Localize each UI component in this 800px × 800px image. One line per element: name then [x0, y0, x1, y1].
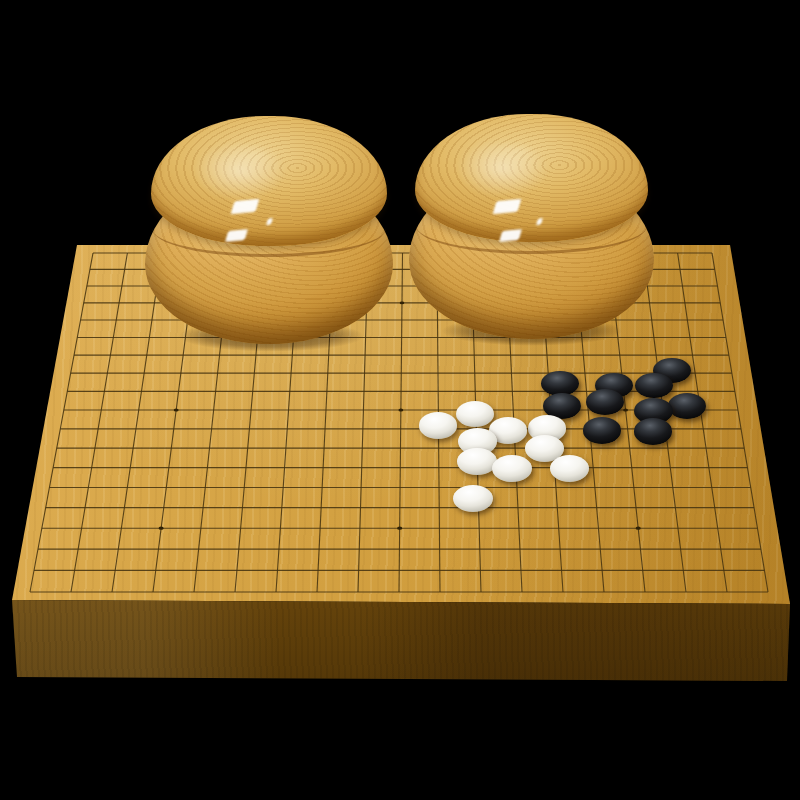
- stone-bowl-right: [409, 114, 654, 339]
- white-stone[interactable]: [419, 412, 458, 438]
- white-stone[interactable]: [492, 455, 531, 482]
- black-stone[interactable]: [583, 417, 622, 443]
- grid-line-vertical: [678, 253, 727, 592]
- star-point: [174, 408, 179, 411]
- black-stone[interactable]: [634, 418, 673, 444]
- black-stone[interactable]: [541, 371, 579, 397]
- white-stone[interactable]: [453, 485, 493, 512]
- star-point: [159, 527, 164, 530]
- black-stone[interactable]: [586, 389, 624, 415]
- stone-bowl-left: [145, 116, 393, 344]
- grid-line-vertical: [30, 253, 93, 592]
- bowl-lid-rim: [416, 197, 646, 253]
- grid-line-vertical: [712, 253, 768, 592]
- star-point: [623, 408, 628, 411]
- white-stone[interactable]: [550, 455, 589, 482]
- bowl-sheen-highlight: [438, 128, 565, 209]
- bowl-lid-rim: [152, 200, 385, 257]
- star-point: [398, 408, 403, 411]
- bowl-sheen-highlight: [175, 130, 304, 212]
- star-point: [400, 301, 405, 304]
- black-stone[interactable]: [668, 393, 706, 419]
- star-point: [636, 527, 641, 530]
- black-stone[interactable]: [635, 373, 673, 399]
- white-stone[interactable]: [456, 401, 494, 427]
- star-point: [397, 527, 402, 530]
- go-photo-scene: [0, 0, 800, 800]
- white-stone[interactable]: [457, 448, 496, 475]
